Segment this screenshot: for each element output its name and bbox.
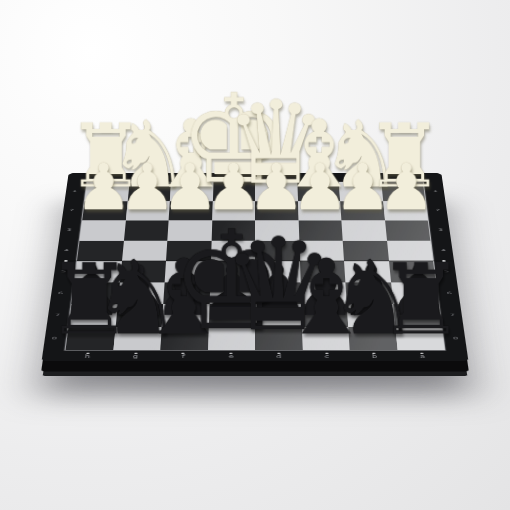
square-g8: ♞ [113,327,162,350]
black-knight-b8: ♞ [328,247,420,349]
square-e4 [211,240,256,261]
square-h3 [80,220,126,240]
white-pawn-a2: ♟ [377,156,434,220]
square-f2: ♟ [169,201,213,220]
square-f7: ♟ [162,304,209,327]
rank-label-4: 4 [59,240,74,261]
frame-screw [64,352,112,354]
square-a7: ♟ [393,304,442,327]
rank-label-6: 6 [442,282,457,304]
square-a8: ♜ [395,327,445,350]
rank-label-8: 8 [46,327,62,350]
rank-label-5: 5 [439,261,454,282]
square-c8: ♝ [302,327,350,350]
square-c4 [299,240,344,261]
square-a2: ♟ [383,201,428,220]
square-c2: ♟ [298,201,342,220]
rank-label-4: 4 [436,240,451,261]
square-b1: ♞ [339,182,383,201]
black-pawn-h7: ♟ [61,257,123,326]
rank-label-3: 3 [434,220,448,240]
white-rook-a1: ♜ [365,113,444,201]
square-a3 [385,220,431,240]
black-pawn-a7: ♟ [387,257,449,326]
white-pawn-d2: ♟ [248,156,305,220]
studio-photo-scene: ♜♞♝♚♛♝♞♜♟♟♟♟♟♟♟♟♟♟♟♟♟♟♟♟♜♞♝♚♛♝♞♜ hgfedcb… [0,0,510,510]
square-e6 [209,282,255,304]
square-d4 [255,240,300,261]
square-g7: ♟ [115,304,163,327]
white-queen-d1: ♛ [225,86,328,201]
black-pawn-d7: ♟ [247,257,309,326]
rank-label-7: 7 [445,304,461,327]
square-g2: ♟ [125,201,169,220]
white-king-e1: ♚ [179,78,289,200]
white-bishop-f1: ♝ [149,107,233,201]
square-a4 [387,240,433,261]
white-pawn-e2: ♟ [205,156,262,220]
white-pawn-c2: ♟ [291,156,348,220]
square-f8: ♝ [160,327,208,350]
square-b2: ♟ [340,201,384,220]
square-g5 [119,261,166,282]
square-h8: ♜ [66,327,116,350]
square-h7: ♟ [69,304,118,327]
square-b6 [345,282,392,304]
square-b4 [343,240,389,261]
white-pawn-g2: ♟ [118,156,175,220]
fold-hinge-line [58,261,452,262]
black-pawn-g7: ♟ [108,257,170,326]
black-bishop-f8: ♝ [137,245,230,349]
square-c7: ♟ [301,304,348,327]
square-h1: ♜ [85,182,129,201]
black-pawn-b7: ♟ [341,257,403,326]
board-3d-stage: ♜♞♝♚♛♝♞♜♟♟♟♟♟♟♟♟♟♟♟♟♟♟♟♟♜♞♝♚♛♝♞♜ hgfedcb… [56,62,454,460]
rank-label-3: 3 [62,220,76,240]
square-f1: ♝ [170,182,213,201]
black-knight-g8: ♞ [91,247,183,349]
square-g3 [123,220,168,240]
square-d8: ♛ [255,327,302,350]
square-b7: ♟ [347,304,395,327]
black-pawn-c7: ♟ [294,257,356,326]
square-e1: ♚ [212,182,255,201]
rank-label-5: 5 [56,261,71,282]
square-b5 [344,261,391,282]
rank-label-7: 7 [50,304,66,327]
square-d1: ♛ [255,182,298,201]
rank-label-1: 1 [68,182,82,201]
white-bishop-c1: ♝ [277,107,361,201]
black-pawn-f7: ♟ [154,257,216,326]
square-f5 [165,261,211,282]
black-bishop-c8: ♝ [279,245,372,349]
square-f6 [163,282,210,304]
rank-coordinate-labels-left: 12345678 [46,182,81,351]
rank-label-8: 8 [448,327,464,350]
rank-label-2: 2 [65,201,79,221]
square-g1: ♞ [127,182,171,201]
chess-board-frame: ♜♞♝♚♛♝♞♜♟♟♟♟♟♟♟♟♟♟♟♟♟♟♟♟♜♞♝♚♛♝♞♜ hgfedcb… [42,173,469,361]
rank-label-2: 2 [431,201,445,221]
square-e8: ♚ [208,327,255,350]
square-h4 [77,240,123,261]
square-f4 [166,240,211,261]
square-h5 [74,261,121,282]
square-f3 [167,220,211,240]
square-d3 [255,220,299,240]
square-c6 [300,282,347,304]
black-pawn-e7: ♟ [201,257,263,326]
rank-label-6: 6 [53,282,68,304]
square-b8: ♞ [348,327,397,350]
square-c3 [298,220,342,240]
square-a1: ♜ [381,182,425,201]
hinge-screw-right [442,260,446,262]
white-pawn-h2: ♟ [75,156,132,220]
square-d2: ♟ [255,201,298,220]
square-e7: ♟ [208,304,255,327]
metal-sheen-overlay [64,182,445,351]
square-e3 [211,220,255,240]
square-g6 [117,282,164,304]
black-rook-a8: ♜ [377,252,465,350]
black-rook-h8: ♜ [45,252,133,350]
square-a5 [389,261,436,282]
square-d7: ♟ [255,304,302,327]
square-e2: ♟ [212,201,255,220]
square-c1: ♝ [297,182,340,201]
square-d5 [255,261,300,282]
rank-label-1: 1 [428,182,442,201]
white-pawn-b2: ♟ [334,156,391,220]
square-h2: ♟ [82,201,127,220]
square-b3 [341,220,386,240]
white-pawn-f2: ♟ [162,156,219,220]
white-rook-h1: ♜ [67,113,146,201]
board-drop-shadow [60,352,460,382]
square-e5 [210,261,255,282]
square-d6 [255,282,301,304]
white-knight-g1: ♞ [107,109,189,201]
frame-screw [398,352,446,354]
black-queen-d8: ♛ [221,222,335,350]
square-a6 [391,282,439,304]
hinge-screw-left [64,260,68,262]
square-h6 [71,282,119,304]
square-c5 [300,261,346,282]
black-king-e8: ♚ [170,213,292,349]
white-knight-b1: ♞ [320,109,402,201]
square-g4 [122,240,168,261]
chess-board-squares: ♜♞♝♚♛♝♞♜♟♟♟♟♟♟♟♟♟♟♟♟♟♟♟♟♜♞♝♚♛♝♞♜ [64,182,445,351]
rank-coordinate-labels-right: 12345678 [428,182,463,351]
